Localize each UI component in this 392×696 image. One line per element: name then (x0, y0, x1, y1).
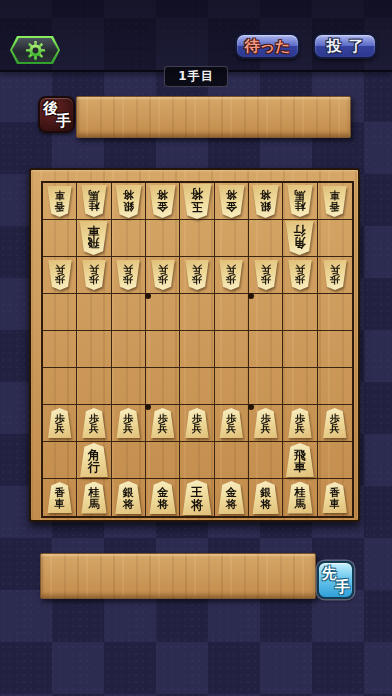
undo-button[interactable]: 待った (235, 33, 300, 59)
shogi-piece-gote[interactable]: 角行 (284, 221, 315, 255)
board-cell[interactable] (283, 331, 317, 368)
board-cell[interactable]: 王将 (180, 479, 214, 516)
board-cell[interactable] (215, 220, 249, 257)
shogi-piece-sente[interactable]: 歩兵 (184, 408, 210, 438)
resign-button[interactable]: 投了 (313, 33, 377, 59)
board-cell[interactable] (112, 442, 146, 479)
gote-captured-tray[interactable] (76, 96, 351, 138)
board-cell[interactable]: 歩兵 (283, 257, 317, 294)
shogi-piece-gote[interactable]: 金将 (148, 185, 177, 218)
board-cell[interactable] (43, 220, 77, 257)
shogi-piece-sente[interactable]: 銀将 (114, 481, 143, 514)
board-cell[interactable]: 歩兵 (180, 257, 214, 294)
board-cell[interactable]: 角行 (77, 442, 111, 479)
board-cell[interactable]: 金将 (146, 183, 180, 220)
board-cell[interactable] (180, 331, 214, 368)
shogi-piece-gote[interactable]: 歩兵 (47, 260, 73, 290)
board-cell[interactable] (146, 368, 180, 405)
move-counter: 1手目 (164, 66, 228, 87)
board-cell[interactable] (180, 220, 214, 257)
board-cell[interactable] (146, 294, 180, 331)
shogi-piece-sente[interactable]: 金将 (148, 481, 177, 514)
board-cell[interactable]: 香車 (43, 479, 77, 516)
board-cell[interactable] (215, 294, 249, 331)
board-cell[interactable] (146, 220, 180, 257)
board-cell[interactable]: 飛車 (283, 442, 317, 479)
board-cell[interactable] (77, 294, 111, 331)
shogi-piece-gote[interactable]: 歩兵 (287, 260, 313, 290)
board-cell[interactable] (318, 294, 352, 331)
shogi-piece-sente[interactable]: 歩兵 (253, 408, 279, 438)
shogi-piece-gote[interactable]: 銀将 (251, 185, 280, 218)
board-cell[interactable]: 歩兵 (180, 405, 214, 442)
board-cell[interactable] (43, 368, 77, 405)
board-cell[interactable] (283, 294, 317, 331)
gote-player-badge: 後手 (38, 96, 75, 133)
board-cell[interactable] (43, 294, 77, 331)
shogi-piece-gote[interactable]: 玉将 (181, 184, 213, 219)
shogi-piece-sente[interactable]: 銀将 (251, 481, 280, 514)
board-cell[interactable]: 歩兵 (318, 405, 352, 442)
shogi-piece-gote[interactable]: 歩兵 (81, 260, 107, 290)
shogi-piece-gote[interactable]: 歩兵 (150, 260, 176, 290)
board-cell[interactable]: 歩兵 (249, 257, 283, 294)
star-point (145, 293, 151, 299)
board-cell[interactable] (249, 331, 283, 368)
board-cell[interactable] (180, 368, 214, 405)
shogi-piece-sente[interactable]: 歩兵 (150, 408, 176, 438)
shogi-piece-sente[interactable]: 桂馬 (286, 482, 314, 514)
shogi-piece-gote[interactable]: 香車 (321, 186, 348, 217)
star-point (248, 293, 254, 299)
board-cell[interactable] (77, 331, 111, 368)
board-cell[interactable]: 銀将 (112, 183, 146, 220)
board-cell[interactable] (283, 368, 317, 405)
board-cell[interactable] (249, 442, 283, 479)
board-cell[interactable]: 歩兵 (77, 257, 111, 294)
board-cell[interactable]: 歩兵 (215, 405, 249, 442)
board-cell[interactable]: 香車 (318, 183, 352, 220)
shogi-piece-gote[interactable]: 桂馬 (286, 185, 314, 217)
shogi-piece-sente[interactable]: 角行 (78, 443, 109, 477)
shogi-piece-sente[interactable]: 香車 (321, 482, 348, 513)
shogi-piece-gote[interactable]: 歩兵 (218, 260, 244, 290)
board-cell[interactable]: 歩兵 (43, 405, 77, 442)
board-cell[interactable] (215, 442, 249, 479)
shogi-piece-sente[interactable]: 歩兵 (47, 408, 73, 438)
sente-captured-tray[interactable] (40, 553, 316, 599)
board-cell[interactable] (112, 220, 146, 257)
shogi-piece-sente[interactable]: 歩兵 (218, 408, 244, 438)
board-cell[interactable]: 歩兵 (215, 257, 249, 294)
board-cell[interactable]: 香車 (318, 479, 352, 516)
shogi-piece-gote[interactable]: 金将 (217, 185, 246, 218)
board-cell[interactable] (112, 331, 146, 368)
board-cell[interactable]: 桂馬 (77, 479, 111, 516)
board-cell[interactable]: 歩兵 (146, 405, 180, 442)
shogi-piece-sente[interactable]: 歩兵 (287, 408, 313, 438)
shogi-piece-sente[interactable]: 香車 (46, 482, 73, 513)
board-cell[interactable]: 歩兵 (77, 405, 111, 442)
board-cell[interactable]: 金将 (215, 479, 249, 516)
board-cell[interactable] (180, 442, 214, 479)
board-cell[interactable]: 銀将 (249, 183, 283, 220)
board-cell[interactable]: 金将 (215, 183, 249, 220)
board-cell[interactable]: 玉将 (180, 183, 214, 220)
shogi-piece-gote[interactable]: 銀将 (114, 185, 143, 218)
board-cell[interactable]: 歩兵 (112, 257, 146, 294)
board-cell[interactable] (146, 331, 180, 368)
board-cell[interactable] (43, 331, 77, 368)
board-cell[interactable]: 歩兵 (249, 405, 283, 442)
board-grid: 香車桂馬銀将金将玉将金将銀将桂馬香車飛車角行歩兵歩兵歩兵歩兵歩兵歩兵歩兵歩兵歩兵… (41, 181, 354, 518)
board-cell[interactable] (318, 442, 352, 479)
board-cell[interactable]: 飛車 (77, 220, 111, 257)
board-cell[interactable]: 歩兵 (283, 405, 317, 442)
board-cell[interactable] (180, 294, 214, 331)
shogi-piece-gote[interactable]: 歩兵 (115, 260, 141, 290)
board-cell[interactable] (249, 294, 283, 331)
board-cell[interactable]: 歩兵 (43, 257, 77, 294)
shogi-piece-sente[interactable]: 歩兵 (322, 408, 348, 438)
shogi-piece-gote[interactable]: 飛車 (78, 221, 109, 255)
board-cell[interactable] (146, 442, 180, 479)
settings-button[interactable] (10, 36, 60, 64)
board-cell[interactable] (112, 294, 146, 331)
board-cell[interactable]: 歩兵 (112, 405, 146, 442)
app-screen: 待った 投了 1手目 後手 香車桂馬銀将金将玉将金将銀将桂馬香車飛車角行歩兵歩兵… (0, 0, 392, 696)
shogi-piece-gote[interactable]: 桂馬 (80, 185, 108, 217)
shogi-piece-sente[interactable]: 金将 (217, 481, 246, 514)
board-cell[interactable] (318, 368, 352, 405)
board-cell[interactable]: 銀将 (112, 479, 146, 516)
board-cell[interactable] (43, 442, 77, 479)
board-cell[interactable] (215, 331, 249, 368)
board-cell[interactable] (318, 220, 352, 257)
board-cell[interactable] (77, 368, 111, 405)
shogi-piece-sente[interactable]: 王将 (181, 480, 213, 515)
shogi-piece-gote[interactable]: 香車 (46, 186, 73, 217)
board-cell[interactable] (249, 368, 283, 405)
board-cell[interactable] (318, 331, 352, 368)
board-cell[interactable] (215, 368, 249, 405)
star-point (248, 404, 254, 410)
board-cell[interactable]: 銀将 (249, 479, 283, 516)
star-point (145, 404, 151, 410)
board-cell[interactable]: 角行 (283, 220, 317, 257)
board-cell[interactable]: 桂馬 (283, 183, 317, 220)
board-cell[interactable]: 香車 (43, 183, 77, 220)
shogi-piece-gote[interactable]: 歩兵 (322, 260, 348, 290)
shogi-board: 香車桂馬銀将金将玉将金将銀将桂馬香車飛車角行歩兵歩兵歩兵歩兵歩兵歩兵歩兵歩兵歩兵… (29, 168, 360, 522)
shogi-piece-gote[interactable]: 歩兵 (184, 260, 210, 290)
board-cell[interactable] (249, 220, 283, 257)
shogi-piece-gote[interactable]: 歩兵 (253, 260, 279, 290)
board-cell[interactable]: 歩兵 (146, 257, 180, 294)
board-cell[interactable]: 桂馬 (77, 183, 111, 220)
board-cell[interactable] (112, 368, 146, 405)
sente-player-badge: 先手 (317, 561, 354, 599)
board-cell[interactable]: 歩兵 (318, 257, 352, 294)
shogi-piece-sente[interactable]: 歩兵 (81, 408, 107, 438)
shogi-piece-sente[interactable]: 飛車 (284, 443, 315, 477)
board-cell[interactable]: 金将 (146, 479, 180, 516)
board-cell[interactable]: 桂馬 (283, 479, 317, 516)
gear-icon (25, 40, 46, 61)
shogi-piece-sente[interactable]: 歩兵 (115, 408, 141, 438)
shogi-piece-sente[interactable]: 桂馬 (80, 482, 108, 514)
